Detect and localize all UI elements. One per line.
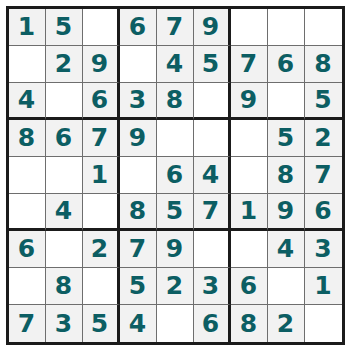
sudoku-cell-r2c1[interactable]	[9, 46, 46, 83]
sudoku-cell-r8c3[interactable]	[83, 268, 120, 305]
sudoku-cell-r8c6[interactable]: 3	[194, 268, 231, 305]
sudoku-cell-r3c1[interactable]: 4	[9, 83, 46, 120]
sudoku-cell-r7c8[interactable]: 4	[268, 231, 305, 268]
sudoku-cell-r5c8[interactable]: 8	[268, 157, 305, 194]
sudoku-cell-r9c7[interactable]: 8	[231, 305, 268, 342]
sudoku-cell-r1c2[interactable]: 5	[46, 9, 83, 46]
sudoku-cell-r4c5[interactable]	[157, 120, 194, 157]
sudoku-cell-r6c4[interactable]: 8	[120, 194, 157, 231]
sudoku-cell-r5c2[interactable]	[46, 157, 83, 194]
sudoku-cell-r9c4[interactable]: 4	[120, 305, 157, 342]
sudoku-cell-r9c8[interactable]: 2	[268, 305, 305, 342]
sudoku-cell-r5c6[interactable]: 4	[194, 157, 231, 194]
sudoku-cell-r3c4[interactable]: 3	[120, 83, 157, 120]
sudoku-cell-r4c4[interactable]: 9	[120, 120, 157, 157]
sudoku-cell-r1c9[interactable]	[305, 9, 342, 46]
sudoku-cell-r1c5[interactable]: 7	[157, 9, 194, 46]
sudoku-cell-r6c5[interactable]: 5	[157, 194, 194, 231]
sudoku-cell-r1c4[interactable]: 6	[120, 9, 157, 46]
sudoku-cell-r3c5[interactable]: 8	[157, 83, 194, 120]
sudoku-cell-r9c2[interactable]: 3	[46, 305, 83, 342]
sudoku-cell-r1c1[interactable]: 1	[9, 9, 46, 46]
sudoku-cell-r7c4[interactable]: 7	[120, 231, 157, 268]
sudoku-cell-r2c6[interactable]: 5	[194, 46, 231, 83]
sudoku-cell-r8c2[interactable]: 8	[46, 268, 83, 305]
sudoku-cell-r5c5[interactable]: 6	[157, 157, 194, 194]
sudoku-cell-r4c6[interactable]	[194, 120, 231, 157]
sudoku-cell-r3c9[interactable]: 5	[305, 83, 342, 120]
sudoku-cell-r9c9[interactable]	[305, 305, 342, 342]
sudoku-cell-r8c5[interactable]: 2	[157, 268, 194, 305]
sudoku-cell-r3c6[interactable]	[194, 83, 231, 120]
sudoku-cell-r8c1[interactable]	[9, 268, 46, 305]
sudoku-cell-r8c4[interactable]: 5	[120, 268, 157, 305]
sudoku-cell-r9c1[interactable]: 7	[9, 305, 46, 342]
sudoku-cell-r5c3[interactable]: 1	[83, 157, 120, 194]
sudoku-cell-r8c7[interactable]: 6	[231, 268, 268, 305]
sudoku-cell-r3c2[interactable]	[46, 83, 83, 120]
sudoku-cell-r3c8[interactable]	[268, 83, 305, 120]
sudoku-cell-r7c6[interactable]	[194, 231, 231, 268]
sudoku-cell-r1c3[interactable]	[83, 9, 120, 46]
sudoku-cell-r6c3[interactable]	[83, 194, 120, 231]
sudoku-cell-r5c4[interactable]	[120, 157, 157, 194]
sudoku-cell-r4c2[interactable]: 6	[46, 120, 83, 157]
sudoku-board: 1567929457684638958679521648748571966279…	[6, 6, 345, 345]
sudoku-cell-r6c7[interactable]: 1	[231, 194, 268, 231]
sudoku-cell-r7c5[interactable]: 9	[157, 231, 194, 268]
sudoku-cell-r5c7[interactable]	[231, 157, 268, 194]
sudoku-cell-r2c4[interactable]	[120, 46, 157, 83]
sudoku-cell-r1c7[interactable]	[231, 9, 268, 46]
sudoku-cell-r7c2[interactable]	[46, 231, 83, 268]
sudoku-cell-r7c9[interactable]: 3	[305, 231, 342, 268]
sudoku-cell-r9c6[interactable]: 6	[194, 305, 231, 342]
sudoku-cell-r6c2[interactable]: 4	[46, 194, 83, 231]
sudoku-cell-r5c9[interactable]: 7	[305, 157, 342, 194]
sudoku-cell-r6c9[interactable]: 6	[305, 194, 342, 231]
sudoku-cell-r8c9[interactable]: 1	[305, 268, 342, 305]
sudoku-cell-r4c3[interactable]: 7	[83, 120, 120, 157]
sudoku-cell-r2c7[interactable]: 7	[231, 46, 268, 83]
sudoku-cell-r9c5[interactable]	[157, 305, 194, 342]
sudoku-cell-r4c1[interactable]: 8	[9, 120, 46, 157]
sudoku-cell-r7c7[interactable]	[231, 231, 268, 268]
sudoku-cell-r3c7[interactable]: 9	[231, 83, 268, 120]
sudoku-cell-r1c6[interactable]: 9	[194, 9, 231, 46]
sudoku-cell-r2c9[interactable]: 8	[305, 46, 342, 83]
sudoku-cell-r8c8[interactable]	[268, 268, 305, 305]
sudoku-cell-r4c8[interactable]: 5	[268, 120, 305, 157]
sudoku-cell-r3c3[interactable]: 6	[83, 83, 120, 120]
sudoku-cell-r2c3[interactable]: 9	[83, 46, 120, 83]
sudoku-cell-r5c1[interactable]	[9, 157, 46, 194]
sudoku-cell-r1c8[interactable]	[268, 9, 305, 46]
sudoku-cell-r6c1[interactable]	[9, 194, 46, 231]
sudoku-cell-r7c1[interactable]: 6	[9, 231, 46, 268]
sudoku-cell-r6c6[interactable]: 7	[194, 194, 231, 231]
sudoku-cell-r2c5[interactable]: 4	[157, 46, 194, 83]
sudoku-cell-r6c8[interactable]: 9	[268, 194, 305, 231]
sudoku-cell-r7c3[interactable]: 2	[83, 231, 120, 268]
sudoku-cell-r2c8[interactable]: 6	[268, 46, 305, 83]
sudoku-cell-r4c7[interactable]	[231, 120, 268, 157]
sudoku-page: 1567929457684638958679521648748571966279…	[0, 0, 350, 350]
sudoku-cell-r2c2[interactable]: 2	[46, 46, 83, 83]
sudoku-cell-r4c9[interactable]: 2	[305, 120, 342, 157]
sudoku-cell-r9c3[interactable]: 5	[83, 305, 120, 342]
